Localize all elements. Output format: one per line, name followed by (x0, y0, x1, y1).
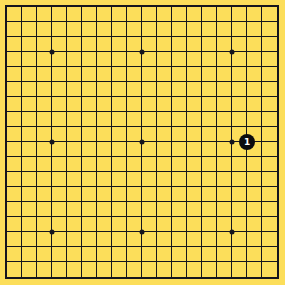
grid-cell[interactable] (262, 142, 277, 157)
grid-cell[interactable] (127, 7, 142, 22)
grid-cell[interactable] (202, 172, 217, 187)
grid-cell[interactable] (142, 247, 157, 262)
grid-cell[interactable] (97, 247, 112, 262)
grid-cell[interactable] (67, 67, 82, 82)
grid-cell[interactable] (142, 67, 157, 82)
grid-cell[interactable] (7, 187, 22, 202)
grid-cell[interactable] (7, 232, 22, 247)
grid-cell[interactable] (82, 37, 97, 52)
grid-cell[interactable] (127, 67, 142, 82)
grid-cell[interactable] (112, 7, 127, 22)
grid-cell[interactable] (82, 82, 97, 97)
grid-cell[interactable] (52, 262, 67, 277)
grid-cell[interactable] (52, 202, 67, 217)
grid-cell[interactable] (247, 172, 262, 187)
grid-cell[interactable] (232, 82, 247, 97)
grid-cell[interactable] (127, 112, 142, 127)
grid-cell[interactable] (82, 67, 97, 82)
grid-cell[interactable] (37, 187, 52, 202)
grid-cell[interactable] (82, 217, 97, 232)
grid-cell[interactable] (217, 202, 232, 217)
grid-cell[interactable] (172, 7, 187, 22)
grid-cell[interactable] (22, 262, 37, 277)
grid-cell[interactable] (202, 202, 217, 217)
grid-cell[interactable] (142, 172, 157, 187)
grid-cell[interactable] (142, 232, 157, 247)
grid-cell[interactable] (112, 157, 127, 172)
grid-cell[interactable] (67, 172, 82, 187)
grid-cell[interactable] (202, 247, 217, 262)
grid-cell[interactable] (157, 187, 172, 202)
grid-cell[interactable] (262, 67, 277, 82)
grid-cell[interactable] (7, 217, 22, 232)
grid-cell[interactable] (112, 82, 127, 97)
grid-cell[interactable] (232, 262, 247, 277)
grid-cell[interactable] (142, 52, 157, 67)
grid-cell[interactable] (37, 112, 52, 127)
grid-cell[interactable] (202, 37, 217, 52)
grid-cell[interactable] (217, 112, 232, 127)
grid-cell[interactable] (247, 247, 262, 262)
grid-cell[interactable] (232, 97, 247, 112)
grid-cell[interactable] (202, 127, 217, 142)
grid-cell[interactable] (37, 157, 52, 172)
grid-cell[interactable] (22, 172, 37, 187)
grid-cell[interactable] (52, 37, 67, 52)
grid-cell[interactable] (97, 112, 112, 127)
grid-cell[interactable] (172, 52, 187, 67)
grid-cell[interactable] (232, 22, 247, 37)
grid-cell[interactable] (262, 82, 277, 97)
grid-cell[interactable] (112, 112, 127, 127)
grid-cell[interactable] (232, 157, 247, 172)
grid-cell[interactable] (217, 7, 232, 22)
grid-cell[interactable] (112, 202, 127, 217)
grid-cell[interactable] (217, 67, 232, 82)
grid-cell[interactable] (97, 82, 112, 97)
grid-cell[interactable] (7, 7, 22, 22)
grid-cell[interactable] (172, 97, 187, 112)
grid-cell[interactable] (97, 127, 112, 142)
grid-cell[interactable] (97, 172, 112, 187)
grid-cell[interactable] (127, 142, 142, 157)
grid-cell[interactable] (112, 172, 127, 187)
grid-cell[interactable] (127, 202, 142, 217)
grid-cell[interactable] (187, 247, 202, 262)
grid-cell[interactable] (202, 7, 217, 22)
grid-cell[interactable] (37, 172, 52, 187)
grid-cell[interactable] (262, 172, 277, 187)
grid-cell[interactable] (127, 172, 142, 187)
grid-cell[interactable] (52, 82, 67, 97)
grid-cell[interactable] (37, 247, 52, 262)
grid-cell[interactable] (82, 202, 97, 217)
grid-cell[interactable] (172, 112, 187, 127)
grid-cell[interactable] (7, 202, 22, 217)
grid-cell[interactable] (202, 97, 217, 112)
grid-cell[interactable] (52, 217, 67, 232)
grid-cell[interactable] (67, 187, 82, 202)
grid-cell[interactable] (97, 142, 112, 157)
grid-cell[interactable] (7, 157, 22, 172)
grid-cell[interactable] (82, 232, 97, 247)
grid-cell[interactable] (232, 67, 247, 82)
grid-cell[interactable] (262, 157, 277, 172)
grid-cell[interactable] (172, 22, 187, 37)
grid-cell[interactable] (52, 157, 67, 172)
grid-cell[interactable] (112, 97, 127, 112)
grid-cell[interactable] (262, 22, 277, 37)
grid-cell[interactable] (7, 67, 22, 82)
grid-cell[interactable] (187, 202, 202, 217)
grid-cell[interactable] (82, 262, 97, 277)
grid-cell[interactable] (232, 172, 247, 187)
grid-cell[interactable] (37, 67, 52, 82)
grid-cell[interactable] (37, 202, 52, 217)
grid-cell[interactable] (157, 142, 172, 157)
grid-cell[interactable] (157, 157, 172, 172)
grid-cell[interactable] (127, 157, 142, 172)
grid-cell[interactable] (172, 172, 187, 187)
grid-cell[interactable] (232, 112, 247, 127)
grid-cell[interactable] (247, 67, 262, 82)
grid-cell[interactable] (247, 217, 262, 232)
grid-cell[interactable] (157, 247, 172, 262)
grid-cell[interactable] (142, 127, 157, 142)
grid-cell[interactable] (52, 52, 67, 67)
grid-cell[interactable] (67, 202, 82, 217)
grid-cell[interactable] (22, 157, 37, 172)
grid-cell[interactable] (262, 97, 277, 112)
grid-cell[interactable] (52, 127, 67, 142)
grid-cell[interactable] (262, 187, 277, 202)
grid-cell[interactable] (247, 187, 262, 202)
grid-cell[interactable] (247, 37, 262, 52)
grid-cell[interactable] (112, 262, 127, 277)
grid-cell[interactable] (187, 7, 202, 22)
grid-cell[interactable] (262, 52, 277, 67)
grid-cell[interactable] (22, 7, 37, 22)
grid-cell[interactable] (7, 52, 22, 67)
grid-cell[interactable] (217, 52, 232, 67)
stone-black-move-1[interactable]: 1 (239, 134, 255, 150)
grid-cell[interactable] (112, 217, 127, 232)
grid-cell[interactable] (157, 82, 172, 97)
grid-cell[interactable] (67, 142, 82, 157)
grid-cell[interactable] (52, 112, 67, 127)
grid-cell[interactable] (217, 157, 232, 172)
grid-cell[interactable] (67, 22, 82, 37)
grid-cell[interactable] (7, 82, 22, 97)
grid-cell[interactable] (202, 217, 217, 232)
grid-cell[interactable] (262, 247, 277, 262)
grid-cell[interactable] (172, 187, 187, 202)
grid-cell[interactable] (187, 187, 202, 202)
grid-cell[interactable] (52, 247, 67, 262)
grid-cell[interactable] (127, 187, 142, 202)
grid-cell[interactable] (247, 82, 262, 97)
grid-cell[interactable] (7, 97, 22, 112)
grid-cell[interactable] (142, 202, 157, 217)
grid-cell[interactable] (97, 232, 112, 247)
grid-cell[interactable] (142, 7, 157, 22)
grid-cell[interactable] (37, 232, 52, 247)
grid-cell[interactable] (112, 67, 127, 82)
grid-cell[interactable] (112, 232, 127, 247)
grid-cell[interactable] (67, 232, 82, 247)
grid-cell[interactable] (37, 7, 52, 22)
grid-cell[interactable] (247, 52, 262, 67)
grid-cell[interactable] (142, 97, 157, 112)
grid-cell[interactable] (112, 52, 127, 67)
grid-cell[interactable] (157, 127, 172, 142)
grid-cell[interactable] (127, 82, 142, 97)
grid-cell[interactable] (187, 172, 202, 187)
grid-cell[interactable] (142, 112, 157, 127)
grid-cell[interactable] (22, 142, 37, 157)
grid-cell[interactable] (7, 262, 22, 277)
grid-cell[interactable] (262, 232, 277, 247)
grid-cell[interactable] (247, 97, 262, 112)
grid-cell[interactable] (202, 262, 217, 277)
grid-cell[interactable] (217, 187, 232, 202)
grid-cell[interactable] (217, 247, 232, 262)
grid-cell[interactable] (217, 82, 232, 97)
grid-cell[interactable] (187, 217, 202, 232)
grid-cell[interactable] (7, 142, 22, 157)
grid-cell[interactable] (187, 157, 202, 172)
grid-cell[interactable] (127, 232, 142, 247)
grid-cell[interactable] (22, 52, 37, 67)
grid-cell[interactable] (262, 7, 277, 22)
grid-cell[interactable] (232, 247, 247, 262)
grid-cell[interactable] (187, 97, 202, 112)
grid-cell[interactable] (262, 112, 277, 127)
grid-cell[interactable] (187, 82, 202, 97)
grid-cell[interactable] (157, 262, 172, 277)
grid-cell[interactable] (157, 172, 172, 187)
grid-cell[interactable] (82, 172, 97, 187)
grid-cell[interactable] (262, 202, 277, 217)
grid-cell[interactable] (82, 127, 97, 142)
grid-cell[interactable] (82, 247, 97, 262)
grid-cell[interactable] (232, 7, 247, 22)
grid-cell[interactable] (202, 67, 217, 82)
grid-cell[interactable] (157, 7, 172, 22)
grid-cell[interactable] (172, 202, 187, 217)
grid-cell[interactable] (67, 157, 82, 172)
grid-cell[interactable] (262, 217, 277, 232)
grid-cell[interactable] (82, 157, 97, 172)
grid-cell[interactable] (157, 217, 172, 232)
grid-cell[interactable] (97, 7, 112, 22)
grid-cell[interactable] (202, 112, 217, 127)
grid-cell[interactable] (22, 217, 37, 232)
grid-cell[interactable] (172, 67, 187, 82)
grid-cell[interactable] (187, 112, 202, 127)
grid-cell[interactable] (22, 232, 37, 247)
grid-cell[interactable] (52, 172, 67, 187)
grid-cell[interactable] (82, 22, 97, 37)
grid-cell[interactable] (247, 157, 262, 172)
grid-cell[interactable] (202, 52, 217, 67)
grid-cell[interactable] (157, 232, 172, 247)
grid-cell[interactable] (97, 22, 112, 37)
grid-cell[interactable] (262, 127, 277, 142)
grid-cell[interactable] (52, 232, 67, 247)
grid-cell[interactable] (202, 187, 217, 202)
grid-cell[interactable] (97, 202, 112, 217)
grid-cell[interactable] (7, 172, 22, 187)
grid-cell[interactable] (247, 202, 262, 217)
grid-cell[interactable] (127, 262, 142, 277)
grid-cell[interactable] (262, 37, 277, 52)
grid-cell[interactable] (142, 22, 157, 37)
grid-cell[interactable] (7, 247, 22, 262)
grid-cell[interactable] (142, 217, 157, 232)
grid-cell[interactable] (112, 247, 127, 262)
grid-cell[interactable] (142, 82, 157, 97)
grid-cell[interactable] (52, 22, 67, 37)
grid-cell[interactable] (142, 142, 157, 157)
grid-cell[interactable] (202, 157, 217, 172)
grid-cell[interactable] (97, 262, 112, 277)
grid-cell[interactable] (37, 22, 52, 37)
grid-cell[interactable] (97, 157, 112, 172)
grid-cell[interactable] (217, 22, 232, 37)
grid-cell[interactable] (202, 142, 217, 157)
grid-cell[interactable] (247, 7, 262, 22)
grid-cell[interactable] (217, 172, 232, 187)
grid-cell[interactable] (22, 247, 37, 262)
grid-cell[interactable] (22, 97, 37, 112)
grid-cell[interactable] (187, 127, 202, 142)
grid-cell[interactable] (232, 52, 247, 67)
grid-cell[interactable] (127, 22, 142, 37)
grid-cell[interactable] (127, 247, 142, 262)
grid-cell[interactable] (52, 142, 67, 157)
grid-cell[interactable] (37, 97, 52, 112)
grid-cell[interactable] (232, 232, 247, 247)
grid-cell[interactable] (112, 187, 127, 202)
grid-cell[interactable] (97, 52, 112, 67)
grid-cell[interactable] (67, 7, 82, 22)
grid-cell[interactable] (37, 82, 52, 97)
grid-cell[interactable] (97, 97, 112, 112)
grid-cell[interactable] (172, 157, 187, 172)
grid-cell[interactable] (247, 262, 262, 277)
grid-cell[interactable] (82, 52, 97, 67)
grid-cell[interactable] (232, 217, 247, 232)
grid-cell[interactable] (217, 262, 232, 277)
grid-cell[interactable] (187, 52, 202, 67)
grid-cell[interactable] (67, 82, 82, 97)
grid-cell[interactable] (142, 262, 157, 277)
grid-cell[interactable] (172, 82, 187, 97)
grid-cell[interactable] (157, 112, 172, 127)
grid-cell[interactable] (172, 142, 187, 157)
grid-cell[interactable] (112, 22, 127, 37)
grid-cell[interactable] (187, 142, 202, 157)
grid-cell[interactable] (172, 37, 187, 52)
grid-cell[interactable] (172, 127, 187, 142)
grid-cell[interactable] (157, 67, 172, 82)
grid-cell[interactable] (22, 187, 37, 202)
grid-cell[interactable] (217, 97, 232, 112)
grid-cell[interactable] (67, 52, 82, 67)
grid-cell[interactable] (22, 112, 37, 127)
grid-cell[interactable] (142, 157, 157, 172)
grid-cell[interactable] (82, 112, 97, 127)
grid-cell[interactable] (37, 142, 52, 157)
grid-cell[interactable] (157, 52, 172, 67)
grid-cell[interactable] (232, 202, 247, 217)
grid-cell[interactable] (67, 217, 82, 232)
grid-cell[interactable] (22, 127, 37, 142)
grid-cell[interactable] (22, 82, 37, 97)
grid-cell[interactable] (187, 22, 202, 37)
grid-cell[interactable] (247, 22, 262, 37)
grid-cell[interactable] (97, 187, 112, 202)
grid-cell[interactable] (217, 232, 232, 247)
grid-cell[interactable] (187, 232, 202, 247)
grid-cell[interactable] (97, 67, 112, 82)
grid-cell[interactable] (7, 127, 22, 142)
grid-cell[interactable] (247, 232, 262, 247)
grid-cell[interactable] (52, 187, 67, 202)
grid-cell[interactable] (157, 22, 172, 37)
grid-cell[interactable] (172, 217, 187, 232)
grid-cell[interactable] (232, 37, 247, 52)
grid-cell[interactable] (82, 142, 97, 157)
grid-cell[interactable] (67, 37, 82, 52)
grid-cell[interactable] (157, 97, 172, 112)
grid-cell[interactable] (67, 127, 82, 142)
grid-cell[interactable] (82, 7, 97, 22)
grid-cell[interactable] (247, 112, 262, 127)
grid-cell[interactable] (217, 142, 232, 157)
grid-cell[interactable] (202, 22, 217, 37)
grid-cell[interactable] (187, 262, 202, 277)
grid-cell[interactable] (97, 37, 112, 52)
grid-cell[interactable] (127, 97, 142, 112)
grid-cell[interactable] (37, 262, 52, 277)
grid-cell[interactable] (112, 37, 127, 52)
grid-cell[interactable] (67, 247, 82, 262)
grid-cell[interactable] (22, 37, 37, 52)
grid-cell[interactable] (7, 112, 22, 127)
grid-cell[interactable] (157, 202, 172, 217)
grid-cell[interactable] (52, 67, 67, 82)
grid-cell[interactable] (127, 52, 142, 67)
grid-cell[interactable] (187, 67, 202, 82)
grid-cell[interactable] (37, 52, 52, 67)
grid-cell[interactable] (52, 97, 67, 112)
grid-cell[interactable] (7, 22, 22, 37)
grid-cell[interactable] (82, 97, 97, 112)
grid-cell[interactable] (67, 97, 82, 112)
grid-cell[interactable] (142, 187, 157, 202)
grid-cell[interactable] (142, 37, 157, 52)
grid-cell[interactable] (7, 37, 22, 52)
grid-cell[interactable] (52, 7, 67, 22)
grid-cell[interactable] (172, 247, 187, 262)
grid-cell[interactable] (82, 187, 97, 202)
grid-cell[interactable] (97, 217, 112, 232)
grid-cell[interactable] (22, 202, 37, 217)
grid-cell[interactable] (172, 232, 187, 247)
grid-cell[interactable] (22, 22, 37, 37)
